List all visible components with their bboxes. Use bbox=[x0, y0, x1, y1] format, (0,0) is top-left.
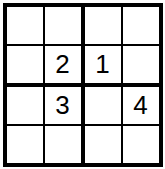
cell-r4c4[interactable] bbox=[123, 126, 159, 163]
cell-r1c4[interactable] bbox=[123, 7, 159, 46]
cell-r1c2[interactable] bbox=[45, 7, 85, 46]
cell-r4c3[interactable] bbox=[85, 126, 123, 163]
cell-r2c3: 1 bbox=[85, 46, 123, 87]
cell-r2c2: 2 bbox=[45, 46, 85, 87]
cell-r4c1[interactable] bbox=[7, 126, 45, 163]
sudoku-page: 2 1 3 4 bbox=[0, 0, 165, 169]
cell-r3c1[interactable] bbox=[7, 87, 45, 126]
cell-r4c2[interactable] bbox=[45, 126, 85, 163]
cell-r3c3[interactable] bbox=[85, 87, 123, 126]
cell-r1c1[interactable] bbox=[7, 7, 45, 46]
cell-r2c1[interactable] bbox=[7, 46, 45, 87]
cell-r1c3[interactable] bbox=[85, 7, 123, 46]
cell-r2c4[interactable] bbox=[123, 46, 159, 87]
cell-r3c4: 4 bbox=[123, 87, 159, 126]
cell-r3c2: 3 bbox=[45, 87, 85, 126]
sudoku-board: 2 1 3 4 bbox=[3, 3, 163, 167]
